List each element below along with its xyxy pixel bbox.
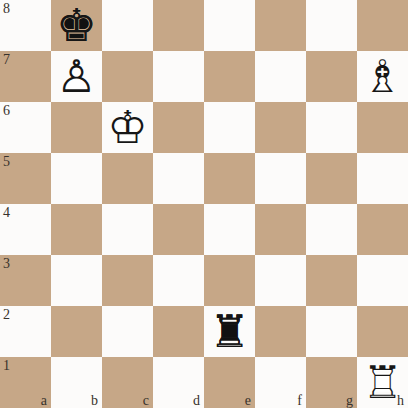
file-label-e: e [245, 392, 251, 408]
square-h5[interactable] [357, 153, 408, 204]
square-d4[interactable] [153, 204, 204, 255]
chess-board: 8♚♔7♟♙♝♗6♚♔5432♜♖1abcdefgh♜♖ [0, 0, 408, 408]
square-g3[interactable] [306, 255, 357, 306]
square-e4[interactable] [204, 204, 255, 255]
square-d6[interactable] [153, 102, 204, 153]
square-c2[interactable] [102, 306, 153, 357]
square-c4[interactable] [102, 204, 153, 255]
square-g8[interactable] [306, 0, 357, 51]
square-e2[interactable]: ♜♖ [204, 306, 255, 357]
square-d3[interactable] [153, 255, 204, 306]
square-g6[interactable] [306, 102, 357, 153]
square-c3[interactable] [102, 255, 153, 306]
rank-label-8: 8 [3, 0, 10, 17]
square-g5[interactable] [306, 153, 357, 204]
white-rook-glyph-outline: ♖ [362, 357, 402, 408]
square-b7[interactable]: ♟♙ [51, 51, 102, 102]
square-b1[interactable]: b [51, 357, 102, 408]
square-e1[interactable]: e [204, 357, 255, 408]
black-rook-glyph-outline: ♖ [209, 306, 249, 357]
square-e3[interactable] [204, 255, 255, 306]
rank-label-2: 2 [3, 306, 10, 323]
square-h1[interactable]: h♜♖ [357, 357, 408, 408]
file-label-f: f [297, 392, 302, 408]
square-e8[interactable] [204, 0, 255, 51]
square-f6[interactable] [255, 102, 306, 153]
square-f1[interactable]: f [255, 357, 306, 408]
square-f8[interactable] [255, 0, 306, 51]
square-a1[interactable]: 1a [0, 357, 51, 408]
square-c1[interactable]: c [102, 357, 153, 408]
square-b8[interactable]: ♚♔ [51, 0, 102, 51]
rank-label-4: 4 [3, 204, 10, 221]
square-d8[interactable] [153, 0, 204, 51]
square-d2[interactable] [153, 306, 204, 357]
square-h3[interactable] [357, 255, 408, 306]
square-h7[interactable]: ♝♗ [357, 51, 408, 102]
square-d7[interactable] [153, 51, 204, 102]
square-c5[interactable] [102, 153, 153, 204]
rank-label-5: 5 [3, 153, 10, 170]
square-b4[interactable] [51, 204, 102, 255]
square-b2[interactable] [51, 306, 102, 357]
file-label-g: g [346, 392, 353, 408]
rank-label-6: 6 [3, 102, 10, 119]
rank-label-3: 3 [3, 255, 10, 272]
file-label-c: c [143, 392, 149, 408]
square-c7[interactable] [102, 51, 153, 102]
piece-white-bishop[interactable]: ♝♗ [357, 51, 408, 102]
square-d1[interactable]: d [153, 357, 204, 408]
square-b5[interactable] [51, 153, 102, 204]
square-a7[interactable]: 7 [0, 51, 51, 102]
file-label-b: b [91, 392, 98, 408]
white-bishop-glyph-outline: ♗ [362, 51, 402, 102]
square-a8[interactable]: 8 [0, 0, 51, 51]
black-king-glyph-outline: ♔ [56, 0, 96, 51]
square-e5[interactable] [204, 153, 255, 204]
square-a6[interactable]: 6 [0, 102, 51, 153]
square-f5[interactable] [255, 153, 306, 204]
file-label-d: d [193, 392, 200, 408]
square-e6[interactable] [204, 102, 255, 153]
square-b6[interactable] [51, 102, 102, 153]
square-h8[interactable] [357, 0, 408, 51]
square-c6[interactable]: ♚♔ [102, 102, 153, 153]
piece-black-rook[interactable]: ♜♖ [204, 306, 255, 357]
square-a4[interactable]: 4 [0, 204, 51, 255]
square-a5[interactable]: 5 [0, 153, 51, 204]
square-b3[interactable] [51, 255, 102, 306]
file-label-a: a [41, 392, 47, 408]
square-a2[interactable]: 2 [0, 306, 51, 357]
square-h6[interactable] [357, 102, 408, 153]
square-f3[interactable] [255, 255, 306, 306]
piece-black-king[interactable]: ♚♔ [51, 0, 102, 51]
square-a3[interactable]: 3 [0, 255, 51, 306]
square-g1[interactable]: g [306, 357, 357, 408]
square-c8[interactable] [102, 0, 153, 51]
rank-label-7: 7 [3, 51, 10, 68]
white-king-glyph-outline: ♔ [107, 102, 147, 153]
rank-label-1: 1 [3, 357, 10, 374]
square-f7[interactable] [255, 51, 306, 102]
square-f2[interactable] [255, 306, 306, 357]
square-e7[interactable] [204, 51, 255, 102]
square-h2[interactable] [357, 306, 408, 357]
square-d5[interactable] [153, 153, 204, 204]
square-g2[interactable] [306, 306, 357, 357]
square-g4[interactable] [306, 204, 357, 255]
piece-white-pawn[interactable]: ♟♙ [51, 51, 102, 102]
square-f4[interactable] [255, 204, 306, 255]
white-pawn-glyph-outline: ♙ [56, 51, 96, 102]
square-h4[interactable] [357, 204, 408, 255]
piece-white-rook[interactable]: ♜♖ [357, 357, 408, 408]
square-g7[interactable] [306, 51, 357, 102]
piece-white-king[interactable]: ♚♔ [102, 102, 153, 153]
